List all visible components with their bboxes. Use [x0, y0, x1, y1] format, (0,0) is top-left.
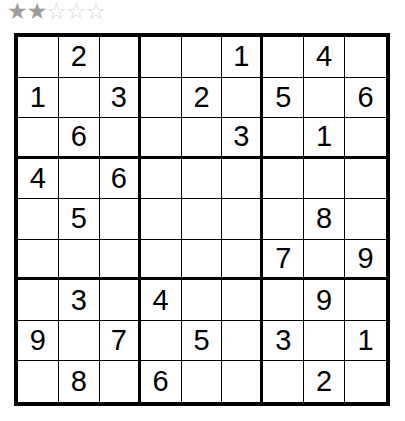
cell-r6c9[interactable]: 9	[345, 240, 386, 281]
cell-r3c6[interactable]: 3	[222, 118, 263, 159]
cell-r5c3[interactable]	[100, 199, 141, 240]
cell-r2c9[interactable]: 6	[345, 78, 386, 119]
cell-r1c6[interactable]: 1	[222, 37, 263, 78]
cell-r6c5[interactable]	[182, 240, 223, 281]
cell-r5c9[interactable]	[345, 199, 386, 240]
cell-r9c5[interactable]	[182, 361, 223, 402]
cell-r5c1[interactable]	[18, 199, 59, 240]
cell-r4c8[interactable]	[304, 159, 345, 200]
cell-r8c2[interactable]	[59, 321, 100, 362]
cell-r9c7[interactable]	[263, 361, 304, 402]
cell-r3c4[interactable]	[141, 118, 182, 159]
cell-r8c1[interactable]: 9	[18, 321, 59, 362]
cell-r7c1[interactable]	[18, 280, 59, 321]
cell-r8c3[interactable]: 7	[100, 321, 141, 362]
cell-r4c7[interactable]	[263, 159, 304, 200]
star-empty-icon: ☆	[66, 0, 86, 25]
cell-r7c3[interactable]	[100, 280, 141, 321]
cell-r3c9[interactable]	[345, 118, 386, 159]
cell-r1c3[interactable]	[100, 37, 141, 78]
cell-r9c6[interactable]	[222, 361, 263, 402]
star-filled-icon: ★	[27, 0, 47, 25]
cell-r7c8[interactable]: 9	[304, 280, 345, 321]
cell-r2c5[interactable]: 2	[182, 78, 223, 119]
cell-r6c8[interactable]	[304, 240, 345, 281]
cell-r7c9[interactable]	[345, 280, 386, 321]
cell-r6c4[interactable]	[141, 240, 182, 281]
cell-r4c3[interactable]: 6	[100, 159, 141, 200]
cell-r6c7[interactable]: 7	[263, 240, 304, 281]
star-empty-icon: ☆	[46, 0, 66, 25]
cell-r7c6[interactable]	[222, 280, 263, 321]
cell-r5c6[interactable]	[222, 199, 263, 240]
cell-r2c3[interactable]: 3	[100, 78, 141, 119]
cell-r2c4[interactable]	[141, 78, 182, 119]
cell-r8c4[interactable]	[141, 321, 182, 362]
cell-r2c8[interactable]	[304, 78, 345, 119]
cell-r2c6[interactable]	[222, 78, 263, 119]
cell-r9c3[interactable]	[100, 361, 141, 402]
cell-r3c1[interactable]	[18, 118, 59, 159]
cell-r1c2[interactable]: 2	[59, 37, 100, 78]
cell-r7c2[interactable]: 3	[59, 280, 100, 321]
cell-r1c9[interactable]	[345, 37, 386, 78]
cell-r9c8[interactable]: 2	[304, 361, 345, 402]
cell-r4c2[interactable]	[59, 159, 100, 200]
cell-r1c1[interactable]	[18, 37, 59, 78]
cell-r6c3[interactable]	[100, 240, 141, 281]
cell-r9c1[interactable]	[18, 361, 59, 402]
cell-r8c8[interactable]	[304, 321, 345, 362]
sudoku-board: 2141325663146587934997531862	[14, 33, 390, 406]
cell-r5c8[interactable]: 8	[304, 199, 345, 240]
cell-r9c4[interactable]: 6	[141, 361, 182, 402]
cell-r2c7[interactable]: 5	[263, 78, 304, 119]
star-empty-icon: ☆	[86, 0, 106, 25]
cell-r4c6[interactable]	[222, 159, 263, 200]
cell-r4c9[interactable]	[345, 159, 386, 200]
cell-r3c5[interactable]	[182, 118, 223, 159]
cell-r3c2[interactable]: 6	[59, 118, 100, 159]
cell-r4c1[interactable]: 4	[18, 159, 59, 200]
cell-r5c7[interactable]	[263, 199, 304, 240]
cell-r6c1[interactable]	[18, 240, 59, 281]
cell-r7c5[interactable]	[182, 280, 223, 321]
cell-r9c2[interactable]: 8	[59, 361, 100, 402]
difficulty-rating: ★★☆☆☆	[7, 0, 105, 25]
cell-r6c6[interactable]	[222, 240, 263, 281]
cell-r3c7[interactable]	[263, 118, 304, 159]
cell-r8c9[interactable]: 1	[345, 321, 386, 362]
cell-r1c4[interactable]	[141, 37, 182, 78]
star-filled-icon: ★	[7, 0, 27, 25]
cell-r3c8[interactable]: 1	[304, 118, 345, 159]
cell-r9c9[interactable]	[345, 361, 386, 402]
cell-r8c7[interactable]: 3	[263, 321, 304, 362]
cell-r4c4[interactable]	[141, 159, 182, 200]
cell-r2c1[interactable]: 1	[18, 78, 59, 119]
cell-r1c8[interactable]: 4	[304, 37, 345, 78]
cell-r7c4[interactable]: 4	[141, 280, 182, 321]
cell-r4c5[interactable]	[182, 159, 223, 200]
cell-r5c4[interactable]	[141, 199, 182, 240]
cell-r7c7[interactable]	[263, 280, 304, 321]
cell-r3c3[interactable]	[100, 118, 141, 159]
cell-r2c2[interactable]	[59, 78, 100, 119]
cell-r6c2[interactable]	[59, 240, 100, 281]
cell-r1c7[interactable]	[263, 37, 304, 78]
cell-r8c5[interactable]: 5	[182, 321, 223, 362]
cell-r1c5[interactable]	[182, 37, 223, 78]
cell-r5c5[interactable]	[182, 199, 223, 240]
cell-r8c6[interactable]	[222, 321, 263, 362]
cell-r5c2[interactable]: 5	[59, 199, 100, 240]
